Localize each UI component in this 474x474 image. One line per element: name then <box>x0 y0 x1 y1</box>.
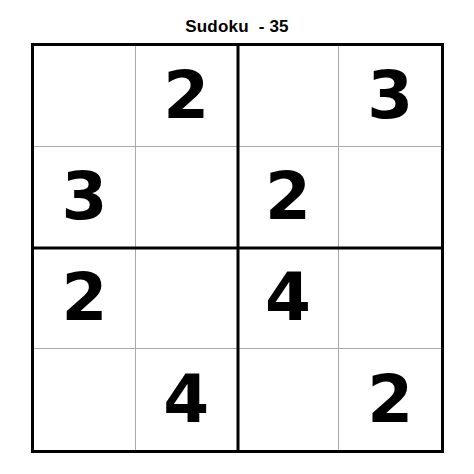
cell-r3c1[interactable]: 2 <box>34 248 136 349</box>
cell-r2c1[interactable]: 3 <box>34 147 136 248</box>
cell-r1c4[interactable]: 3 <box>339 46 441 147</box>
cell-r3c4[interactable] <box>339 248 441 349</box>
cell-r1c2[interactable]: 2 <box>136 46 238 147</box>
cell-r3c3[interactable]: 4 <box>238 248 340 349</box>
puzzle-title: Sudoku - 35 <box>0 17 474 37</box>
cell-r2c4[interactable] <box>339 147 441 248</box>
cell-r4c2[interactable]: 4 <box>136 349 238 450</box>
cell-r4c4[interactable]: 2 <box>339 349 441 450</box>
cell-r4c1[interactable] <box>34 349 136 450</box>
cell-r2c3[interactable]: 2 <box>238 147 340 248</box>
cell-r2c2[interactable] <box>136 147 238 248</box>
sudoku-board: 2 3 3 2 2 4 4 2 <box>31 43 444 453</box>
cell-r1c3[interactable] <box>238 46 340 147</box>
cell-r1c1[interactable] <box>34 46 136 147</box>
cell-r3c2[interactable] <box>136 248 238 349</box>
sudoku-page: Sudoku - 35 2 3 3 2 2 4 4 2 <box>0 0 474 474</box>
cell-r4c3[interactable] <box>238 349 340 450</box>
